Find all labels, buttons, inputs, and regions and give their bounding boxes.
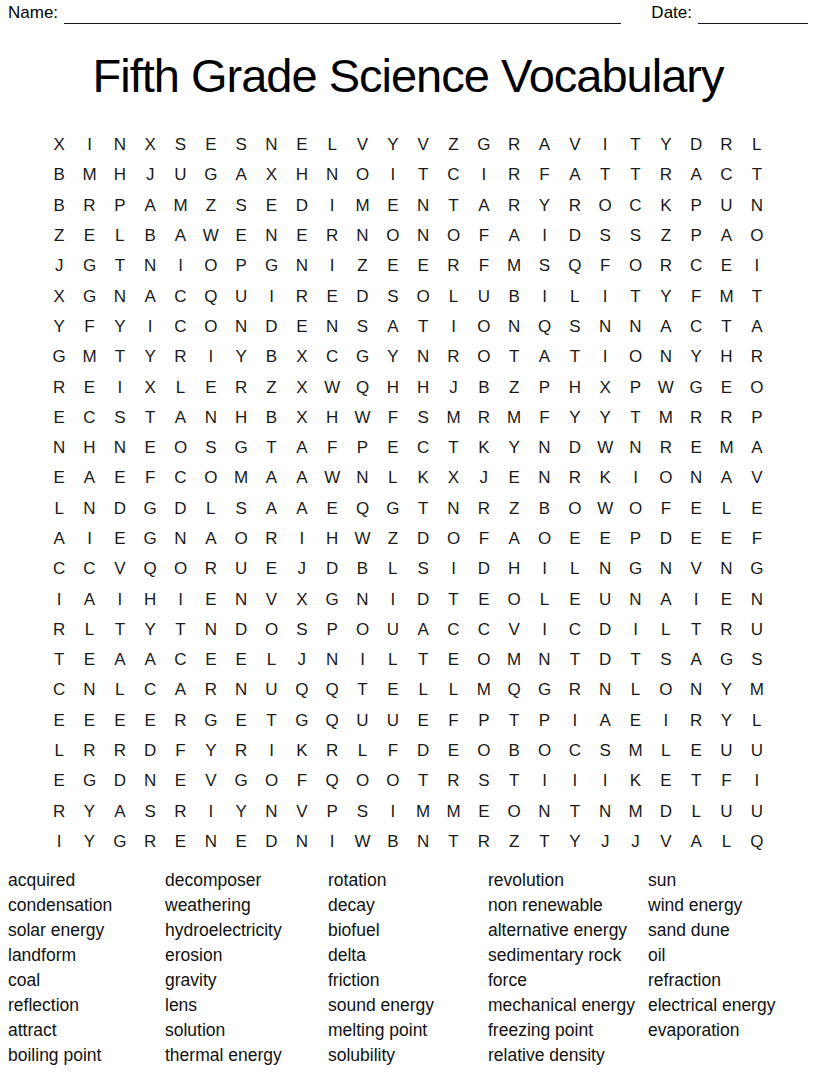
grid-cell-r22c16: T	[499, 766, 529, 796]
grid-cell-r12c19: K	[590, 463, 620, 493]
word-item: refraction	[648, 968, 816, 993]
grid-cell-r19c8: U	[256, 675, 286, 705]
grid-cell-r2c17: F	[529, 160, 559, 190]
grid-cell-r3c12: E	[378, 191, 408, 221]
grid-cell-r15c12: L	[378, 554, 408, 584]
grid-cell-r2c13: T	[408, 160, 438, 190]
grid-cell-r7c21: A	[651, 312, 681, 342]
grid-cell-r5c10: I	[317, 251, 347, 281]
grid-cell-r13c18: O	[560, 494, 590, 524]
grid-cell-r3c1: B	[44, 191, 74, 221]
grid-cell-r17c19: D	[590, 615, 620, 645]
grid-cell-r20c24: L	[742, 706, 772, 736]
grid-cell-r2c12: I	[378, 160, 408, 190]
grid-cell-r21c17: O	[529, 736, 559, 766]
grid-cell-r24c4: R	[135, 827, 165, 857]
grid-cell-r19c20: L	[620, 675, 650, 705]
grid-cell-r1c11: V	[347, 130, 377, 160]
grid-cell-r21c6: Y	[196, 736, 226, 766]
grid-cell-r6c2: G	[74, 281, 104, 311]
grid-cell-r22c3: D	[105, 766, 135, 796]
grid-cell-r7c20: N	[620, 312, 650, 342]
grid-cell-r15c21: N	[651, 554, 681, 584]
grid-cell-r3c9: D	[287, 191, 317, 221]
grid-cell-r16c24: N	[742, 584, 772, 614]
grid-cell-r24c2: Y	[74, 827, 104, 857]
grid-cell-r5c18: Q	[560, 251, 590, 281]
grid-cell-r6c10: E	[317, 281, 347, 311]
grid-cell-r21c13: D	[408, 736, 438, 766]
grid-cell-r10c17: F	[529, 403, 559, 433]
grid-cell-r13c2: N	[74, 494, 104, 524]
grid-cell-r4c7: E	[226, 221, 256, 251]
grid-cell-r10c10: H	[317, 403, 347, 433]
grid-cell-r24c7: E	[226, 827, 256, 857]
grid-cell-r15c15: D	[469, 554, 499, 584]
grid-cell-r5c24: I	[742, 251, 772, 281]
grid-cell-r6c23: M	[711, 281, 741, 311]
grid-cell-r21c24: U	[742, 736, 772, 766]
grid-cell-r15c7: U	[226, 554, 256, 584]
grid-cell-r8c10: C	[317, 342, 347, 372]
grid-cell-r23c2: Y	[74, 797, 104, 827]
grid-cell-r23c7: Y	[226, 797, 256, 827]
grid-cell-r22c12: O	[378, 766, 408, 796]
grid-cell-r11c3: N	[105, 433, 135, 463]
grid-cell-r17c21: L	[651, 615, 681, 645]
grid-cell-r15c20: G	[620, 554, 650, 584]
grid-cell-r15c4: Q	[135, 554, 165, 584]
grid-cell-r24c21: V	[651, 827, 681, 857]
grid-cell-r13c20: O	[620, 494, 650, 524]
grid-cell-r7c3: Y	[105, 312, 135, 342]
grid-cell-r23c4: S	[135, 797, 165, 827]
grid-cell-r11c20: N	[620, 433, 650, 463]
grid-cell-r1c16: R	[499, 130, 529, 160]
grid-cell-r15c11: B	[347, 554, 377, 584]
grid-cell-r17c22: T	[681, 615, 711, 645]
grid-cell-r4c9: E	[287, 221, 317, 251]
grid-cell-r7c18: S	[560, 312, 590, 342]
word-item: solubility	[328, 1043, 488, 1068]
grid-cell-r3c11: M	[347, 191, 377, 221]
word-item: delta	[328, 943, 488, 968]
grid-cell-r11c19: W	[590, 433, 620, 463]
grid-cell-r5c11: Z	[347, 251, 377, 281]
grid-cell-r3c17: Y	[529, 191, 559, 221]
name-fill-line	[64, 7, 621, 24]
grid-cell-r19c22: N	[681, 675, 711, 705]
grid-cell-r22c24: I	[742, 766, 772, 796]
grid-cell-r7c7: N	[226, 312, 256, 342]
grid-cell-r9c11: Q	[347, 372, 377, 402]
grid-cell-r14c6: A	[196, 524, 226, 554]
grid-cell-r18c2: E	[74, 645, 104, 675]
grid-cell-r10c6: N	[196, 403, 226, 433]
grid-cell-r3c3: P	[105, 191, 135, 221]
grid-cell-r7c22: C	[681, 312, 711, 342]
grid-cell-r22c10: Q	[317, 766, 347, 796]
grid-cell-r1c23: R	[711, 130, 741, 160]
grid-cell-r18c5: C	[165, 645, 195, 675]
grid-cell-r11c14: T	[438, 433, 468, 463]
grid-cell-r19c12: E	[378, 675, 408, 705]
grid-cell-r17c4: Y	[135, 615, 165, 645]
grid-cell-r5c23: E	[711, 251, 741, 281]
grid-cell-r1c20: T	[620, 130, 650, 160]
grid-cell-r10c19: Y	[590, 403, 620, 433]
grid-cell-r19c17: G	[529, 675, 559, 705]
grid-cell-r9c21: W	[651, 372, 681, 402]
grid-cell-r17c24: U	[742, 615, 772, 645]
grid-cell-r23c13: M	[408, 797, 438, 827]
grid-cell-r16c7: N	[226, 584, 256, 614]
grid-cell-r1c1: X	[44, 130, 74, 160]
grid-cell-r12c11: N	[347, 463, 377, 493]
grid-cell-r12c24: V	[742, 463, 772, 493]
grid-cell-r11c11: P	[347, 433, 377, 463]
grid-cell-r24c12: B	[378, 827, 408, 857]
grid-cell-r15c23: N	[711, 554, 741, 584]
grid-cell-r24c3: G	[105, 827, 135, 857]
grid-cell-r12c15: J	[469, 463, 499, 493]
grid-cell-r7c17: Q	[529, 312, 559, 342]
grid-cell-r1c8: N	[256, 130, 286, 160]
grid-cell-r21c19: S	[590, 736, 620, 766]
grid-cell-r8c11: G	[347, 342, 377, 372]
grid-cell-r6c24: T	[742, 281, 772, 311]
grid-cell-r4c24: O	[742, 221, 772, 251]
grid-cell-r3c21: K	[651, 191, 681, 221]
grid-cell-r11c8: T	[256, 433, 286, 463]
grid-cell-r24c10: I	[317, 827, 347, 857]
grid-cell-r24c19: J	[590, 827, 620, 857]
grid-cell-r18c1: T	[44, 645, 74, 675]
grid-cell-r15c14: I	[438, 554, 468, 584]
grid-cell-r8c6: I	[196, 342, 226, 372]
grid-cell-r14c4: G	[135, 524, 165, 554]
word-item: mechanical energy	[488, 993, 648, 1018]
grid-cell-r14c20: P	[620, 524, 650, 554]
grid-cell-r12c17: N	[529, 463, 559, 493]
grid-cell-r3c23: U	[711, 191, 741, 221]
grid-cell-r21c4: D	[135, 736, 165, 766]
grid-cell-r24c11: W	[347, 827, 377, 857]
grid-cell-r8c5: R	[165, 342, 195, 372]
grid-cell-r2c20: T	[620, 160, 650, 190]
grid-cell-r1c4: X	[135, 130, 165, 160]
grid-cell-r22c5: E	[165, 766, 195, 796]
grid-cell-r10c16: M	[499, 403, 529, 433]
grid-cell-r11c7: G	[226, 433, 256, 463]
grid-cell-r5c3: T	[105, 251, 135, 281]
grid-cell-r15c18: L	[560, 554, 590, 584]
word-item: condensation	[8, 893, 165, 918]
grid-cell-r4c13: N	[408, 221, 438, 251]
name-label: Name:	[8, 3, 58, 24]
grid-cell-r20c20: E	[620, 706, 650, 736]
grid-cell-r20c22: R	[681, 706, 711, 736]
grid-cell-r9c23: E	[711, 372, 741, 402]
grid-cell-r17c5: T	[165, 615, 195, 645]
grid-cell-r24c14: T	[438, 827, 468, 857]
grid-cell-r3c20: C	[620, 191, 650, 221]
grid-cell-r3c6: Z	[196, 191, 226, 221]
grid-cell-r13c3: D	[105, 494, 135, 524]
grid-cell-r24c17: T	[529, 827, 559, 857]
grid-cell-r6c14: L	[438, 281, 468, 311]
grid-cell-r14c3: E	[105, 524, 135, 554]
word-item: thermal energy	[165, 1043, 328, 1068]
grid-cell-r1c19: I	[590, 130, 620, 160]
grid-cell-r20c23: Y	[711, 706, 741, 736]
grid-cell-r2c23: C	[711, 160, 741, 190]
grid-cell-r6c22: F	[681, 281, 711, 311]
word-item: sedimentary rock	[488, 943, 648, 968]
grid-cell-r16c2: A	[74, 584, 104, 614]
grid-cell-r19c14: L	[438, 675, 468, 705]
grid-cell-r16c21: A	[651, 584, 681, 614]
grid-cell-r4c11: N	[347, 221, 377, 251]
grid-cell-r17c13: A	[408, 615, 438, 645]
word-item: relative density	[488, 1043, 648, 1068]
grid-cell-r12c21: O	[651, 463, 681, 493]
word-item: hydroelectricity	[165, 918, 328, 943]
grid-cell-r5c17: S	[529, 251, 559, 281]
grid-cell-r2c19: T	[590, 160, 620, 190]
grid-cell-r14c10: H	[317, 524, 347, 554]
grid-cell-r15c16: H	[499, 554, 529, 584]
grid-cell-r5c7: P	[226, 251, 256, 281]
grid-cell-r21c22: E	[681, 736, 711, 766]
grid-cell-r10c21: M	[651, 403, 681, 433]
grid-cell-r23c5: R	[165, 797, 195, 827]
word-list-column-1: acquiredcondensationsolar energylandform…	[8, 868, 165, 1068]
grid-cell-r1c22: D	[681, 130, 711, 160]
grid-cell-r12c10: W	[317, 463, 347, 493]
grid-cell-r13c12: G	[378, 494, 408, 524]
grid-cell-r10c24: P	[742, 403, 772, 433]
grid-cell-r13c15: R	[469, 494, 499, 524]
grid-cell-r4c5: A	[165, 221, 195, 251]
grid-cell-r19c19: N	[590, 675, 620, 705]
word-item: sound energy	[328, 993, 488, 1018]
grid-cell-r8c21: N	[651, 342, 681, 372]
grid-cell-r23c6: I	[196, 797, 226, 827]
grid-cell-r9c17: P	[529, 372, 559, 402]
grid-cell-r4c23: A	[711, 221, 741, 251]
word-item: sun	[648, 868, 816, 893]
grid-cell-r19c10: Q	[317, 675, 347, 705]
grid-cell-r2c9: H	[287, 160, 317, 190]
grid-cell-r11c18: D	[560, 433, 590, 463]
grid-cell-r9c5: L	[165, 372, 195, 402]
word-item: decomposer	[165, 868, 328, 893]
grid-cell-r19c6: R	[196, 675, 226, 705]
grid-cell-r5c1: J	[44, 251, 74, 281]
grid-cell-r20c12: U	[378, 706, 408, 736]
word-list-column-3: rotationdecaybiofueldeltafrictionsound e…	[328, 868, 488, 1068]
grid-cell-r5c21: R	[651, 251, 681, 281]
grid-cell-r2c16: R	[499, 160, 529, 190]
grid-cell-r9c7: R	[226, 372, 256, 402]
grid-cell-r10c3: S	[105, 403, 135, 433]
word-item: decay	[328, 893, 488, 918]
grid-cell-r18c23: G	[711, 645, 741, 675]
grid-cell-r11c12: E	[378, 433, 408, 463]
grid-cell-r15c8: E	[256, 554, 286, 584]
grid-cell-r14c7: O	[226, 524, 256, 554]
grid-cell-r1c24: L	[742, 130, 772, 160]
grid-cell-r4c16: A	[499, 221, 529, 251]
grid-cell-r13c8: A	[256, 494, 286, 524]
grid-cell-r21c9: K	[287, 736, 317, 766]
word-item: acquired	[8, 868, 165, 893]
grid-cell-r4c3: L	[105, 221, 135, 251]
grid-cell-r17c17: I	[529, 615, 559, 645]
word-item: coal	[8, 968, 165, 993]
grid-cell-r9c1: R	[44, 372, 74, 402]
grid-cell-r9c19: X	[590, 372, 620, 402]
grid-cell-r16c22: I	[681, 584, 711, 614]
grid-cell-r16c17: L	[529, 584, 559, 614]
grid-cell-r4c21: Z	[651, 221, 681, 251]
grid-cell-r20c1: E	[44, 706, 74, 736]
grid-cell-r8c24: R	[742, 342, 772, 372]
grid-cell-r13c1: L	[44, 494, 74, 524]
grid-cell-r3c14: T	[438, 191, 468, 221]
grid-cell-r8c17: A	[529, 342, 559, 372]
grid-cell-r11c24: A	[742, 433, 772, 463]
grid-cell-r19c21: O	[651, 675, 681, 705]
grid-cell-r18c22: A	[681, 645, 711, 675]
grid-cell-r3c18: R	[560, 191, 590, 221]
grid-cell-r23c14: M	[438, 797, 468, 827]
grid-cell-r20c9: G	[287, 706, 317, 736]
grid-cell-r24c13: N	[408, 827, 438, 857]
grid-cell-r16c9: X	[287, 584, 317, 614]
grid-cell-r6c17: I	[529, 281, 559, 311]
grid-cell-r20c21: I	[651, 706, 681, 736]
grid-cell-r22c15: S	[469, 766, 499, 796]
grid-cell-r23c3: A	[105, 797, 135, 827]
grid-cell-r12c18: R	[560, 463, 590, 493]
grid-cell-r23c17: N	[529, 797, 559, 827]
grid-cell-r4c22: P	[681, 221, 711, 251]
grid-cell-r20c15: P	[469, 706, 499, 736]
grid-cell-r19c13: L	[408, 675, 438, 705]
grid-cell-r12c16: E	[499, 463, 529, 493]
grid-cell-r10c18: Y	[560, 403, 590, 433]
grid-cell-r8c23: H	[711, 342, 741, 372]
word-item: boiling point	[8, 1043, 165, 1068]
word-item: solar energy	[8, 918, 165, 943]
grid-cell-r7c6: O	[196, 312, 226, 342]
grid-cell-r9c16: Z	[499, 372, 529, 402]
grid-cell-r8c18: T	[560, 342, 590, 372]
grid-cell-r17c23: R	[711, 615, 741, 645]
grid-cell-r3c15: A	[469, 191, 499, 221]
grid-cell-r7c5: C	[165, 312, 195, 342]
grid-cell-r22c9: F	[287, 766, 317, 796]
grid-cell-r24c15: R	[469, 827, 499, 857]
grid-cell-r10c2: C	[74, 403, 104, 433]
grid-cell-r21c5: F	[165, 736, 195, 766]
grid-cell-r12c5: C	[165, 463, 195, 493]
grid-cell-r3c2: R	[74, 191, 104, 221]
grid-cell-r20c14: F	[438, 706, 468, 736]
grid-cell-r19c24: M	[742, 675, 772, 705]
grid-cell-r2c6: G	[196, 160, 226, 190]
grid-cell-r16c4: H	[135, 584, 165, 614]
grid-cell-r23c15: E	[469, 797, 499, 827]
grid-cell-r11c13: C	[408, 433, 438, 463]
grid-cell-r5c2: G	[74, 251, 104, 281]
grid-cell-r11c5: O	[165, 433, 195, 463]
grid-cell-r14c5: N	[165, 524, 195, 554]
grid-cell-r17c8: O	[256, 615, 286, 645]
grid-cell-r12c1: E	[44, 463, 74, 493]
grid-cell-r11c16: Y	[499, 433, 529, 463]
grid-cell-r19c15: M	[469, 675, 499, 705]
word-item: freezing point	[488, 1018, 648, 1043]
grid-cell-r18c8: L	[256, 645, 286, 675]
grid-cell-r23c19: N	[590, 797, 620, 827]
grid-cell-r23c22: L	[681, 797, 711, 827]
grid-cell-r7c1: Y	[44, 312, 74, 342]
grid-cell-r12c7: M	[226, 463, 256, 493]
grid-cell-r15c22: V	[681, 554, 711, 584]
word-item: landform	[8, 943, 165, 968]
grid-cell-r6c19: I	[590, 281, 620, 311]
grid-cell-r9c2: E	[74, 372, 104, 402]
grid-cell-r12c2: A	[74, 463, 104, 493]
grid-cell-r14c15: F	[469, 524, 499, 554]
grid-cell-r22c18: I	[560, 766, 590, 796]
grid-cell-r6c13: O	[408, 281, 438, 311]
grid-cell-r6c12: S	[378, 281, 408, 311]
grid-cell-r21c20: M	[620, 736, 650, 766]
grid-cell-r5c14: R	[438, 251, 468, 281]
grid-cell-r2c5: U	[165, 160, 195, 190]
grid-cell-r17c11: O	[347, 615, 377, 645]
grid-cell-r20c13: E	[408, 706, 438, 736]
grid-cell-r20c6: G	[196, 706, 226, 736]
grid-cell-r22c19: I	[590, 766, 620, 796]
grid-cell-r21c3: R	[105, 736, 135, 766]
grid-cell-r17c12: U	[378, 615, 408, 645]
grid-cell-r19c4: C	[135, 675, 165, 705]
date-fill-line	[698, 7, 808, 24]
grid-cell-r1c5: S	[165, 130, 195, 160]
grid-cell-r14c8: R	[256, 524, 286, 554]
grid-cell-r11c23: M	[711, 433, 741, 463]
grid-cell-r12c9: A	[287, 463, 317, 493]
grid-cell-r2c15: I	[469, 160, 499, 190]
grid-cell-r17c6: N	[196, 615, 226, 645]
grid-cell-r18c21: S	[651, 645, 681, 675]
grid-cell-r9c4: X	[135, 372, 165, 402]
grid-cell-r18c12: L	[378, 645, 408, 675]
word-item: gravity	[165, 968, 328, 993]
grid-cell-r17c2: L	[74, 615, 104, 645]
grid-cell-r16c19: U	[590, 584, 620, 614]
grid-cell-r22c13: T	[408, 766, 438, 796]
grid-cell-r24c20: J	[620, 827, 650, 857]
word-item: attract	[8, 1018, 165, 1043]
grid-cell-r18c17: N	[529, 645, 559, 675]
grid-cell-r11c9: A	[287, 433, 317, 463]
